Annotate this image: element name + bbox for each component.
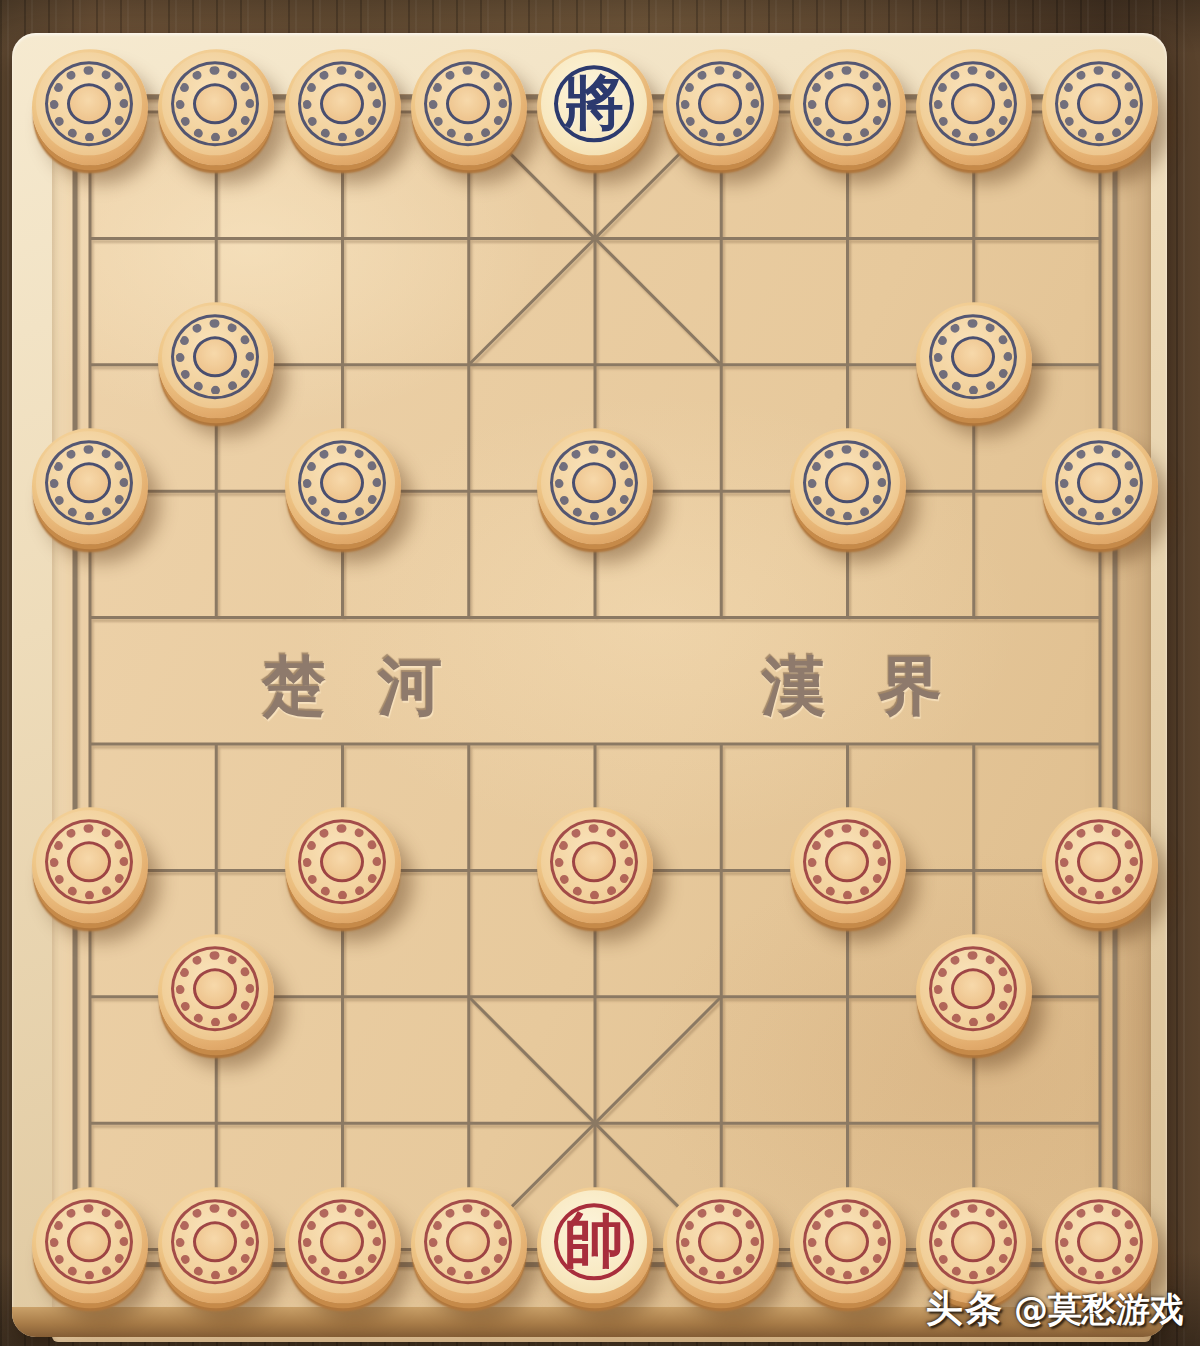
hidden-piece-black[interactable] bbox=[790, 49, 906, 165]
hidden-piece-red[interactable] bbox=[285, 808, 401, 924]
river-label-right: 漢界 bbox=[762, 641, 994, 731]
hidden-piece-red[interactable] bbox=[32, 808, 148, 924]
hidden-piece-black[interactable] bbox=[158, 49, 274, 165]
grid-svg bbox=[0, 0, 1200, 1346]
hidden-piece-red[interactable] bbox=[32, 1187, 148, 1303]
watermark-source: 头条 bbox=[926, 1284, 1004, 1334]
watermark-handle: @莫愁游戏 bbox=[1014, 1287, 1184, 1333]
hidden-piece-red[interactable] bbox=[663, 1187, 779, 1303]
hidden-piece-black[interactable] bbox=[285, 429, 401, 545]
hidden-piece-red[interactable] bbox=[790, 808, 906, 924]
hidden-piece-black[interactable] bbox=[411, 49, 527, 165]
black-general-piece[interactable]: 將 bbox=[537, 49, 653, 165]
river-label-left: 楚河 bbox=[262, 641, 494, 731]
hidden-piece-red[interactable] bbox=[411, 1187, 527, 1303]
watermark: 头条 @莫愁游戏 bbox=[926, 1284, 1184, 1334]
hidden-piece-red[interactable] bbox=[1042, 808, 1158, 924]
hidden-piece-black[interactable] bbox=[1042, 49, 1158, 165]
hidden-piece-black[interactable] bbox=[1042, 429, 1158, 545]
hidden-piece-black[interactable] bbox=[285, 49, 401, 165]
hidden-piece-black[interactable] bbox=[790, 429, 906, 545]
red-general-piece[interactable]: 帥 bbox=[537, 1187, 653, 1303]
hidden-piece-red[interactable] bbox=[916, 934, 1032, 1050]
hidden-piece-black[interactable] bbox=[663, 49, 779, 165]
hidden-piece-black[interactable] bbox=[32, 429, 148, 545]
hidden-piece-red[interactable] bbox=[537, 808, 653, 924]
hidden-piece-red[interactable] bbox=[158, 934, 274, 1050]
hidden-piece-red[interactable] bbox=[158, 1187, 274, 1303]
hidden-piece-black[interactable] bbox=[32, 49, 148, 165]
hidden-piece-black[interactable] bbox=[916, 49, 1032, 165]
hidden-piece-red[interactable] bbox=[285, 1187, 401, 1303]
hidden-piece-black[interactable] bbox=[537, 429, 653, 545]
hidden-piece-black[interactable] bbox=[916, 302, 1032, 418]
hidden-piece-red[interactable] bbox=[790, 1187, 906, 1303]
hidden-piece-black[interactable] bbox=[158, 302, 274, 418]
